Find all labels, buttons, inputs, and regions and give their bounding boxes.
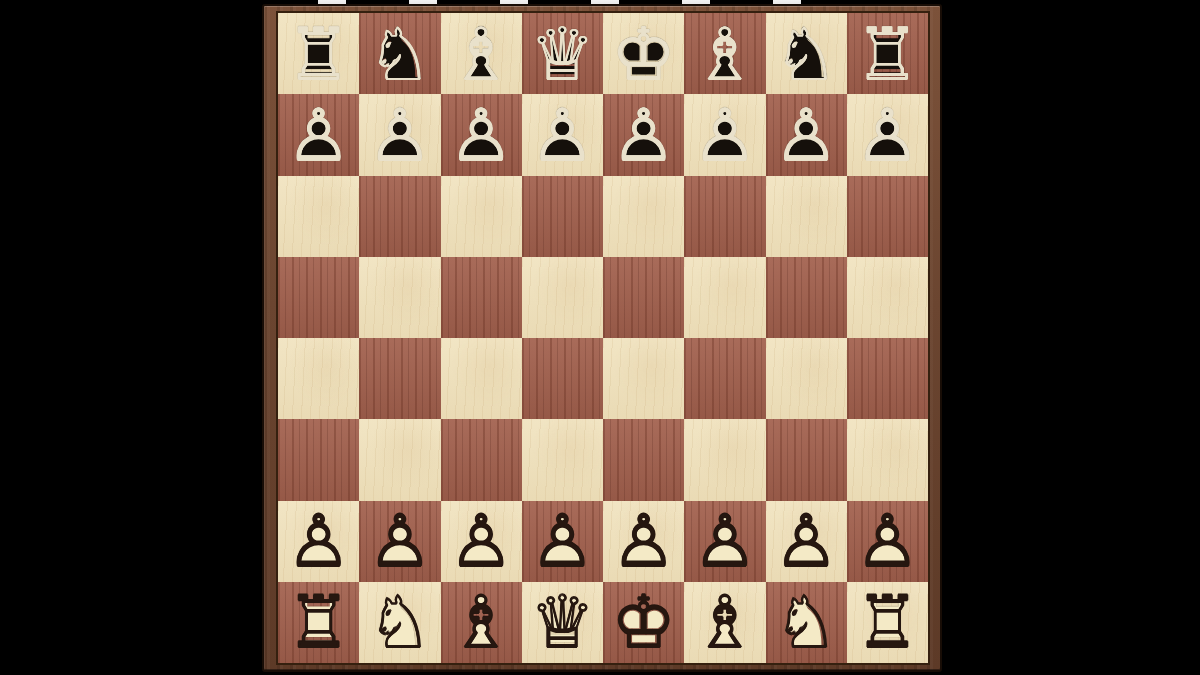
square-c6[interactable] — [441, 176, 522, 257]
piece-white-king: ♚♔ — [603, 582, 684, 663]
black-rook-outline: ♖ — [278, 13, 359, 94]
square-h3[interactable] — [847, 419, 928, 500]
piece-black-pawn: ♟♙ — [359, 94, 440, 175]
square-e5[interactable] — [603, 257, 684, 338]
square-h8[interactable]: ♜♖ — [847, 13, 928, 94]
piece-white-knight: ♞♘ — [359, 582, 440, 663]
white-knight-outline: ♘ — [359, 582, 440, 663]
piece-black-king: ♚♔ — [603, 13, 684, 94]
piece-black-pawn: ♟♙ — [441, 94, 522, 175]
square-c4[interactable] — [441, 338, 522, 419]
square-d1[interactable]: ♛♕ — [522, 582, 603, 663]
chess-board: ♜♖♞♘♝♗♛♕♚♔♝♗♞♘♜♖♟♙♟♙♟♙♟♙♟♙♟♙♟♙♟♙♟♙♟♙♟♙♟♙… — [278, 13, 928, 663]
square-b7[interactable]: ♟♙ — [359, 94, 440, 175]
square-h2[interactable]: ♟♙ — [847, 501, 928, 582]
square-a6[interactable] — [278, 176, 359, 257]
black-pawn-outline: ♙ — [522, 94, 603, 175]
square-g1[interactable]: ♞♘ — [766, 582, 847, 663]
piece-black-bishop: ♝♗ — [684, 13, 765, 94]
black-pawn-outline: ♙ — [278, 94, 359, 175]
white-king-outline: ♔ — [603, 582, 684, 663]
white-pawn-outline: ♙ — [278, 501, 359, 582]
black-pawn-outline: ♙ — [441, 94, 522, 175]
square-a2[interactable]: ♟♙ — [278, 501, 359, 582]
piece-white-pawn: ♟♙ — [603, 501, 684, 582]
white-pawn-outline: ♙ — [603, 501, 684, 582]
square-f1[interactable]: ♝♗ — [684, 582, 765, 663]
white-rook-outline: ♖ — [278, 582, 359, 663]
square-a1[interactable]: ♜♖ — [278, 582, 359, 663]
white-pawn-outline: ♙ — [522, 501, 603, 582]
black-rook-outline: ♖ — [847, 13, 928, 94]
piece-black-pawn: ♟♙ — [684, 94, 765, 175]
black-pawn-outline: ♙ — [847, 94, 928, 175]
piece-black-rook: ♜♖ — [278, 13, 359, 94]
black-knight-outline: ♘ — [766, 13, 847, 94]
piece-white-pawn: ♟♙ — [684, 501, 765, 582]
square-f3[interactable] — [684, 419, 765, 500]
piece-white-pawn: ♟♙ — [359, 501, 440, 582]
square-a8[interactable]: ♜♖ — [278, 13, 359, 94]
square-c7[interactable]: ♟♙ — [441, 94, 522, 175]
piece-white-pawn: ♟♙ — [766, 501, 847, 582]
piece-black-rook: ♜♖ — [847, 13, 928, 94]
black-bishop-outline: ♗ — [684, 13, 765, 94]
square-c2[interactable]: ♟♙ — [441, 501, 522, 582]
square-b6[interactable] — [359, 176, 440, 257]
square-d6[interactable] — [522, 176, 603, 257]
piece-black-pawn: ♟♙ — [847, 94, 928, 175]
piece-black-queen: ♛♕ — [522, 13, 603, 94]
square-h5[interactable] — [847, 257, 928, 338]
white-rook-outline: ♖ — [847, 582, 928, 663]
square-b1[interactable]: ♞♘ — [359, 582, 440, 663]
square-g6[interactable] — [766, 176, 847, 257]
square-g7[interactable]: ♟♙ — [766, 94, 847, 175]
square-e8[interactable]: ♚♔ — [603, 13, 684, 94]
square-b8[interactable]: ♞♘ — [359, 13, 440, 94]
square-e1[interactable]: ♚♔ — [603, 582, 684, 663]
square-f6[interactable] — [684, 176, 765, 257]
white-pawn-outline: ♙ — [359, 501, 440, 582]
square-c1[interactable]: ♝♗ — [441, 582, 522, 663]
black-queen-outline: ♕ — [522, 13, 603, 94]
square-f7[interactable]: ♟♙ — [684, 94, 765, 175]
square-c5[interactable] — [441, 257, 522, 338]
black-pawn-outline: ♙ — [359, 94, 440, 175]
piece-white-pawn: ♟♙ — [847, 501, 928, 582]
square-e2[interactable]: ♟♙ — [603, 501, 684, 582]
piece-black-pawn: ♟♙ — [766, 94, 847, 175]
piece-white-pawn: ♟♙ — [278, 501, 359, 582]
square-g5[interactable] — [766, 257, 847, 338]
square-h6[interactable] — [847, 176, 928, 257]
white-pawn-outline: ♙ — [441, 501, 522, 582]
square-h7[interactable]: ♟♙ — [847, 94, 928, 175]
square-f8[interactable]: ♝♗ — [684, 13, 765, 94]
square-a4[interactable] — [278, 338, 359, 419]
square-e3[interactable] — [603, 419, 684, 500]
square-d4[interactable] — [522, 338, 603, 419]
white-pawn-outline: ♙ — [766, 501, 847, 582]
piece-black-knight: ♞♘ — [766, 13, 847, 94]
piece-white-bishop: ♝♗ — [441, 582, 522, 663]
square-a3[interactable] — [278, 419, 359, 500]
square-h1[interactable]: ♜♖ — [847, 582, 928, 663]
square-d2[interactable]: ♟♙ — [522, 501, 603, 582]
piece-black-bishop: ♝♗ — [441, 13, 522, 94]
square-g3[interactable] — [766, 419, 847, 500]
white-bishop-outline: ♗ — [684, 582, 765, 663]
square-e6[interactable] — [603, 176, 684, 257]
video-frame: ♜♖♞♘♝♗♛♕♚♔♝♗♞♘♜♖♟♙♟♙♟♙♟♙♟♙♟♙♟♙♟♙♟♙♟♙♟♙♟♙… — [0, 0, 1200, 675]
piece-white-pawn: ♟♙ — [522, 501, 603, 582]
square-b4[interactable] — [359, 338, 440, 419]
piece-black-knight: ♞♘ — [359, 13, 440, 94]
black-pawn-outline: ♙ — [684, 94, 765, 175]
square-g8[interactable]: ♞♘ — [766, 13, 847, 94]
black-pawn-outline: ♙ — [766, 94, 847, 175]
square-g2[interactable]: ♟♙ — [766, 501, 847, 582]
white-pawn-outline: ♙ — [847, 501, 928, 582]
square-d7[interactable]: ♟♙ — [522, 94, 603, 175]
square-b2[interactable]: ♟♙ — [359, 501, 440, 582]
piece-black-pawn: ♟♙ — [278, 94, 359, 175]
piece-white-rook: ♜♖ — [278, 582, 359, 663]
square-g4[interactable] — [766, 338, 847, 419]
piece-black-pawn: ♟♙ — [522, 94, 603, 175]
black-bishop-outline: ♗ — [441, 13, 522, 94]
square-c3[interactable] — [441, 419, 522, 500]
piece-black-pawn: ♟♙ — [603, 94, 684, 175]
black-knight-outline: ♘ — [359, 13, 440, 94]
piece-white-knight: ♞♘ — [766, 582, 847, 663]
white-pawn-outline: ♙ — [684, 501, 765, 582]
black-king-outline: ♔ — [603, 13, 684, 94]
square-c8[interactable]: ♝♗ — [441, 13, 522, 94]
piece-white-pawn: ♟♙ — [441, 501, 522, 582]
square-f2[interactable]: ♟♙ — [684, 501, 765, 582]
square-d8[interactable]: ♛♕ — [522, 13, 603, 94]
piece-white-bishop: ♝♗ — [684, 582, 765, 663]
square-e4[interactable] — [603, 338, 684, 419]
square-d3[interactable] — [522, 419, 603, 500]
board-frame: ♜♖♞♘♝♗♛♕♚♔♝♗♞♘♜♖♟♙♟♙♟♙♟♙♟♙♟♙♟♙♟♙♟♙♟♙♟♙♟♙… — [262, 4, 942, 672]
square-h4[interactable] — [847, 338, 928, 419]
white-knight-outline: ♘ — [766, 582, 847, 663]
square-b3[interactable] — [359, 419, 440, 500]
square-b5[interactable] — [359, 257, 440, 338]
square-f4[interactable] — [684, 338, 765, 419]
white-bishop-outline: ♗ — [441, 582, 522, 663]
piece-white-rook: ♜♖ — [847, 582, 928, 663]
square-a5[interactable] — [278, 257, 359, 338]
piece-white-queen: ♛♕ — [522, 582, 603, 663]
square-d5[interactable] — [522, 257, 603, 338]
square-e7[interactable]: ♟♙ — [603, 94, 684, 175]
square-f5[interactable] — [684, 257, 765, 338]
black-pawn-outline: ♙ — [603, 94, 684, 175]
square-a7[interactable]: ♟♙ — [278, 94, 359, 175]
white-queen-outline: ♕ — [522, 582, 603, 663]
